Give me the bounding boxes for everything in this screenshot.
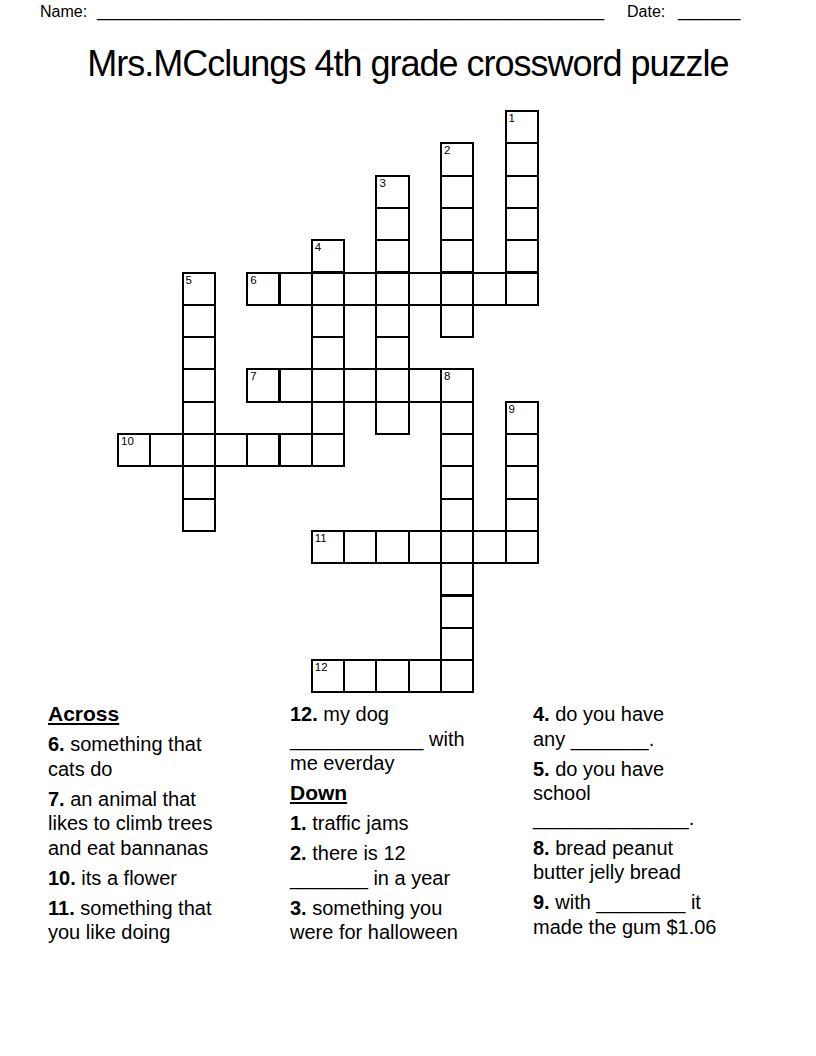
grid-cell[interactable] [375,304,409,338]
grid-cell[interactable] [408,659,442,693]
clue-text: something that cats do [48,733,201,780]
grid-cell[interactable] [505,142,539,176]
grid-cell[interactable] [182,368,216,402]
grid-cell[interactable] [182,498,216,532]
clue-number-label: 5. [533,758,550,780]
grid-cell[interactable] [182,465,216,499]
clue-3: 3. something you were for halloween [290,896,533,945]
grid-cell[interactable] [343,530,377,564]
grid-cell[interactable] [311,368,345,402]
grid-cell-3[interactable]: 3 [375,175,409,209]
grid-cell[interactable] [440,465,474,499]
clue-number: 8 [444,370,450,383]
grid-cell[interactable] [505,272,539,306]
clue-1: 1. traffic jams [290,811,533,836]
grid-cell[interactable] [311,336,345,370]
grid-cell[interactable] [440,627,474,661]
clue-text: its a flower [76,867,177,889]
clue-7: 7. an animal that likes to climb trees a… [48,787,290,861]
clue-text: do you have school ______________. [533,758,694,829]
page-title: Mrs.MCclungs 4th grade crossword puzzle [0,44,816,84]
grid-cell[interactable] [505,239,539,273]
grid-cell[interactable] [505,465,539,499]
clue-number-label: 9. [533,891,550,913]
grid-cell[interactable] [246,433,280,467]
grid-cell[interactable] [182,433,216,467]
clue-text: there is 12 _______ in a year [290,842,450,889]
clue-number-label: 2. [290,842,307,864]
clues-column-3: 4. do you have any _______.5. do you hav… [533,702,788,950]
clue-number-label: 6. [48,733,65,755]
clue-number: 12 [315,661,328,674]
clue-number: 1 [509,112,515,125]
grid-cell[interactable] [311,272,345,306]
grid-cell[interactable] [408,368,442,402]
grid-cell-2[interactable]: 2 [440,142,474,176]
clue-number-label: 10. [48,867,76,889]
clue-number-label: 8. [533,837,550,859]
grid-cell[interactable] [182,336,216,370]
grid-cell[interactable] [311,401,345,435]
grid-cell-4[interactable]: 4 [311,239,345,273]
clue-text: with ________ it made the gum $1.06 [533,891,716,938]
grid-cell-12[interactable]: 12 [311,659,345,693]
clue-12: 12. my dog ____________ with me everday [290,702,533,776]
grid-cell-5[interactable]: 5 [182,272,216,306]
grid-cell[interactable] [440,595,474,629]
clue-number: 3 [379,177,385,190]
clue-number: 7 [250,370,256,383]
grid-cell-6[interactable]: 6 [246,272,280,306]
grid-cell[interactable] [440,498,474,532]
clue-number-label: 12. [290,703,318,725]
grid-cell-1[interactable]: 1 [505,110,539,144]
clue-4: 4. do you have any _______. [533,702,788,751]
crossword-worksheet-page: Name: __________________________________… [0,0,816,1056]
grid-cell[interactable] [375,336,409,370]
grid-cell[interactable] [472,272,506,306]
grid-cell[interactable] [375,207,409,241]
grid-cell[interactable] [311,304,345,338]
grid-cell[interactable] [440,175,474,209]
clue-text: something you were for halloween [290,897,458,944]
clue-number: 11 [315,532,327,545]
grid-cell[interactable] [375,530,409,564]
name-blank-line[interactable]: ________________________________________… [97,2,604,22]
grid-cell[interactable] [343,368,377,402]
clue-number: 9 [509,403,515,416]
clue-10: 10. its a flower [48,866,290,891]
clue-number: 10 [121,435,134,448]
clue-text: an animal that likes to climb trees and … [48,788,213,859]
clue-number: 2 [444,144,450,157]
grid-cell-9[interactable]: 9 [505,401,539,435]
date-label: Date: [627,2,665,22]
grid-cell[interactable] [440,401,474,435]
grid-cell-11[interactable]: 11 [311,530,345,564]
clue-number-label: 1. [290,812,307,834]
clue-2: 2. there is 12 _______ in a year [290,841,533,890]
name-label: Name: [40,2,87,22]
clue-number-label: 3. [290,897,307,919]
clue-11: 11. something that you like doing [48,896,290,945]
grid-cell[interactable] [375,368,409,402]
grid-cell[interactable] [311,433,345,467]
grid-cell[interactable] [440,659,474,693]
clue-text: do you have any _______. [533,703,664,750]
clue-number: 6 [250,274,256,287]
grid-cell[interactable] [375,272,409,306]
grid-cell[interactable] [343,272,377,306]
clue-text: bread peanut butter jelly bread [533,837,681,884]
grid-cell[interactable] [214,433,248,467]
grid-cell[interactable] [440,433,474,467]
clues-heading-down: Down [290,781,533,806]
clue-number-label: 4. [533,703,550,725]
grid-cell[interactable] [440,530,474,564]
grid-cell-7[interactable]: 7 [246,368,280,402]
grid-cell[interactable] [375,401,409,435]
grid-cell[interactable] [149,433,183,467]
clue-number-label: 7. [48,788,65,810]
grid-cell[interactable] [408,530,442,564]
clue-6: 6. something that cats do [48,732,290,781]
clue-number-label: 11. [48,897,75,919]
grid-cell[interactable] [408,272,442,306]
grid-cell[interactable] [182,304,216,338]
grid-cell-8[interactable]: 8 [440,368,474,402]
grid-cell[interactable] [343,659,377,693]
grid-cell[interactable] [440,207,474,241]
clue-number: 4 [315,241,321,254]
crossword-grid: 123456789101112 [117,110,539,694]
clue-9: 9. with ________ it made the gum $1.06 [533,890,788,939]
grid-cell[interactable] [440,562,474,596]
grid-cell[interactable] [505,433,539,467]
grid-cell[interactable] [279,368,313,402]
grid-cell[interactable] [472,530,506,564]
clue-number: 5 [186,274,192,287]
clues-section: Across6. something that cats do7. an ani… [48,702,788,950]
clues-column-1: Across6. something that cats do7. an ani… [48,702,290,950]
grid-cell[interactable] [279,272,313,306]
date-blank-line[interactable]: _______ [678,2,740,22]
clue-8: 8. bread peanut butter jelly bread [533,836,788,885]
clues-column-2: 12. my dog ____________ with me everdayD… [290,702,533,950]
grid-cell[interactable] [375,239,409,273]
grid-cell[interactable] [505,175,539,209]
grid-cell[interactable] [182,401,216,435]
clue-text: traffic jams [307,812,409,834]
clue-5: 5. do you have school ______________. [533,757,788,831]
clues-heading-across: Across [48,702,290,727]
grid-cell[interactable] [505,207,539,241]
grid-cell[interactable] [279,433,313,467]
grid-cell[interactable] [440,304,474,338]
grid-cell-10[interactable]: 10 [117,433,151,467]
grid-cell[interactable] [440,272,474,306]
grid-cell[interactable] [440,239,474,273]
grid-cell[interactable] [505,530,539,564]
grid-cell[interactable] [505,498,539,532]
grid-cell[interactable] [375,659,409,693]
